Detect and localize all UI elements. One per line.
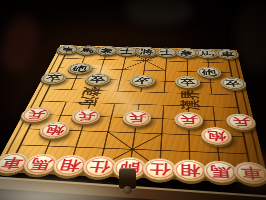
piece-character: 兵 <box>231 116 251 126</box>
piece-character: 炮 <box>44 124 66 135</box>
piece-character: 馬 <box>80 47 96 53</box>
background-dark-corner <box>236 0 266 70</box>
xiangqi-board[interactable]: 楚河漢界 車馬象士將士象馬車砲砲卒卒卒卒卒兵兵兵兵兵炮炮車馬相仕帥仕相馬車 <box>0 45 266 183</box>
piece-character: 車 <box>0 156 24 170</box>
piece-character: 士 <box>160 49 174 55</box>
piece-character: 象 <box>180 50 194 56</box>
background-arm-shadow <box>0 11 43 75</box>
piece-character: 兵 <box>25 109 47 119</box>
piece-character: 砲 <box>71 65 88 72</box>
floor-light-glow <box>0 178 132 200</box>
piece-character: 象 <box>100 48 115 54</box>
piece-character: 車 <box>60 47 76 53</box>
piece-character: 炮 <box>207 130 227 141</box>
piece-character: 卒 <box>180 78 196 86</box>
piece-character: 兵 <box>180 115 198 125</box>
piece-character: 將 <box>140 49 154 55</box>
piece-character: 士 <box>120 48 135 54</box>
piece-character: 仕 <box>149 162 170 176</box>
piece-character: 卒 <box>89 75 106 83</box>
piece-character: 相 <box>58 158 82 172</box>
piece-character: 仕 <box>88 160 111 174</box>
photo-scene: 楚河漢界 車馬象士將士象馬車砲砲卒卒卒卒卒兵兵兵兵兵炮炮車馬相仕帥仕相馬車 <box>0 0 266 200</box>
piece-character: 馬 <box>200 50 214 56</box>
piece-character: 馬 <box>28 157 53 171</box>
piece-character: 卒 <box>225 79 242 87</box>
background-objects-shadow <box>126 0 192 24</box>
piece-character: 卒 <box>44 74 62 82</box>
piece-character: 砲 <box>202 69 218 76</box>
piece-character: 馬 <box>210 164 232 178</box>
piece-character: 兵 <box>76 111 96 121</box>
piece-character: 車 <box>220 51 235 57</box>
piece-character: 兵 <box>128 113 147 123</box>
piece-character: 相 <box>180 163 201 177</box>
piece-character: 卒 <box>134 77 150 85</box>
